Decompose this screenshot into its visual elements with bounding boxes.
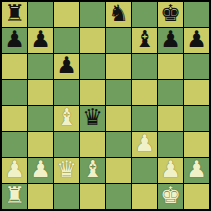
piece-white-pawn[interactable]: ♟ (160, 158, 181, 182)
piece-black-pawn[interactable]: ♟ (4, 28, 25, 52)
square-d7[interactable] (80, 28, 105, 53)
square-g1[interactable]: ♚ (158, 184, 183, 209)
square-b8[interactable] (28, 2, 53, 27)
square-h2[interactable]: ♟ (184, 158, 209, 183)
square-a7[interactable]: ♟ (2, 28, 27, 53)
square-f8[interactable] (132, 2, 157, 27)
piece-black-queen[interactable]: ♛ (82, 106, 103, 130)
square-e4[interactable] (106, 106, 131, 131)
square-f3[interactable]: ♟ (132, 132, 157, 157)
square-a1[interactable]: ♜ (2, 184, 27, 209)
square-c4[interactable]: ♝ (54, 106, 79, 131)
square-e2[interactable] (106, 158, 131, 183)
square-g6[interactable] (158, 54, 183, 79)
square-h6[interactable] (184, 54, 209, 79)
square-a8[interactable]: ♜ (2, 2, 27, 27)
square-a2[interactable]: ♟ (2, 158, 27, 183)
square-a4[interactable] (2, 106, 27, 131)
square-h3[interactable] (184, 132, 209, 157)
square-b5[interactable] (28, 80, 53, 105)
square-f2[interactable] (132, 158, 157, 183)
square-d1[interactable] (80, 184, 105, 209)
square-d3[interactable] (80, 132, 105, 157)
square-f7[interactable]: ♝ (132, 28, 157, 53)
square-h4[interactable] (184, 106, 209, 131)
piece-black-knight[interactable]: ♞ (108, 2, 129, 26)
square-d6[interactable] (80, 54, 105, 79)
chess-board-wrapper: ♜♞♚♟♟♝♟♟♟♝♛♟♟♟♛♝♟♟♜♚ (0, 0, 211, 211)
square-e1[interactable] (106, 184, 131, 209)
piece-black-rook[interactable]: ♜ (4, 2, 25, 26)
piece-white-king[interactable]: ♚ (160, 184, 181, 208)
square-a5[interactable] (2, 80, 27, 105)
piece-white-bishop[interactable]: ♝ (82, 158, 103, 182)
square-g2[interactable]: ♟ (158, 158, 183, 183)
square-g3[interactable] (158, 132, 183, 157)
square-c8[interactable] (54, 2, 79, 27)
square-a3[interactable] (2, 132, 27, 157)
square-f1[interactable] (132, 184, 157, 209)
square-b1[interactable] (28, 184, 53, 209)
square-f6[interactable] (132, 54, 157, 79)
piece-white-pawn[interactable]: ♟ (4, 158, 25, 182)
piece-white-rook[interactable]: ♜ (4, 184, 25, 208)
chess-board: ♜♞♚♟♟♝♟♟♟♝♛♟♟♟♛♝♟♟♜♚ (0, 0, 211, 211)
square-g8[interactable]: ♚ (158, 2, 183, 27)
piece-white-pawn[interactable]: ♟ (134, 132, 155, 156)
square-c3[interactable] (54, 132, 79, 157)
piece-black-pawn[interactable]: ♟ (160, 28, 181, 52)
square-d8[interactable] (80, 2, 105, 27)
square-d5[interactable] (80, 80, 105, 105)
piece-white-queen[interactable]: ♛ (56, 158, 77, 182)
square-g7[interactable]: ♟ (158, 28, 183, 53)
square-b3[interactable] (28, 132, 53, 157)
piece-white-bishop[interactable]: ♝ (56, 106, 77, 130)
square-d4[interactable]: ♛ (80, 106, 105, 131)
square-h1[interactable] (184, 184, 209, 209)
piece-black-pawn[interactable]: ♟ (30, 28, 51, 52)
piece-black-pawn[interactable]: ♟ (56, 54, 77, 78)
piece-white-pawn[interactable]: ♟ (186, 158, 207, 182)
square-g4[interactable] (158, 106, 183, 131)
square-e6[interactable] (106, 54, 131, 79)
square-b4[interactable] (28, 106, 53, 131)
square-e5[interactable] (106, 80, 131, 105)
square-a6[interactable] (2, 54, 27, 79)
square-g5[interactable] (158, 80, 183, 105)
square-c1[interactable] (54, 184, 79, 209)
piece-black-king[interactable]: ♚ (160, 2, 181, 26)
square-e8[interactable]: ♞ (106, 2, 131, 27)
square-f5[interactable] (132, 80, 157, 105)
square-h8[interactable] (184, 2, 209, 27)
piece-black-bishop[interactable]: ♝ (134, 28, 155, 52)
square-c2[interactable]: ♛ (54, 158, 79, 183)
piece-white-pawn[interactable]: ♟ (30, 158, 51, 182)
square-b6[interactable] (28, 54, 53, 79)
square-d2[interactable]: ♝ (80, 158, 105, 183)
square-b2[interactable]: ♟ (28, 158, 53, 183)
square-c6[interactable]: ♟ (54, 54, 79, 79)
square-e7[interactable] (106, 28, 131, 53)
square-b7[interactable]: ♟ (28, 28, 53, 53)
square-f4[interactable] (132, 106, 157, 131)
square-h7[interactable]: ♟ (184, 28, 209, 53)
square-e3[interactable] (106, 132, 131, 157)
square-c5[interactable] (54, 80, 79, 105)
square-c7[interactable] (54, 28, 79, 53)
square-h5[interactable] (184, 80, 209, 105)
piece-black-pawn[interactable]: ♟ (186, 28, 207, 52)
